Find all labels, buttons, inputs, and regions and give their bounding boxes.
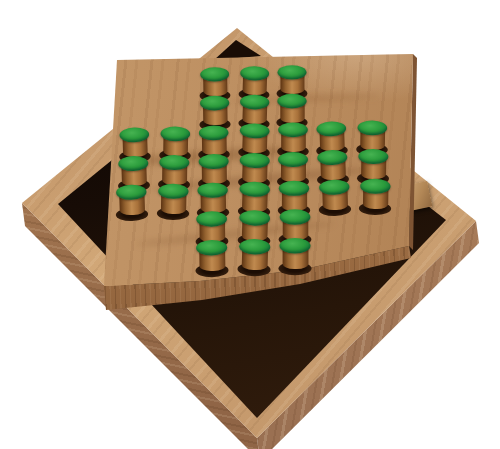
peg-top-green (278, 151, 308, 166)
peg-top-green (279, 180, 309, 195)
peg-top-green (278, 122, 308, 137)
peg-top-green (318, 178, 349, 194)
peg-top-green (197, 211, 228, 227)
peg-top-green (240, 65, 269, 80)
peg-top-green (197, 182, 228, 198)
peg-top-green (357, 120, 387, 135)
peg-r5c7[interactable] (358, 175, 393, 222)
peg-top-green (120, 126, 150, 142)
peg-top-green (199, 124, 229, 139)
peg-top-green (279, 209, 310, 224)
peg-top-green (239, 152, 269, 168)
peg-top-green (200, 67, 229, 82)
peg-top-green (160, 125, 190, 140)
peg-top-green (239, 238, 270, 254)
peg-top-green (198, 153, 228, 168)
pegs-layer (0, 0, 500, 449)
peg-r5c1[interactable] (114, 181, 150, 229)
peg-top-green (200, 95, 229, 110)
peg-r7c5[interactable] (278, 235, 313, 283)
peg-top-green (196, 240, 227, 256)
peg-top-green (239, 181, 270, 197)
peg-top-green (360, 177, 391, 193)
peg-top-green (359, 149, 389, 164)
peg-r5c2[interactable] (155, 180, 190, 227)
peg-top-green (280, 238, 311, 254)
peg-r5c6[interactable] (316, 176, 352, 224)
peg-top-green (277, 65, 306, 79)
peg-top-green (118, 155, 148, 171)
peg-r7c3[interactable] (194, 237, 230, 285)
peg-top-green (158, 183, 189, 199)
peg-top-green (239, 94, 269, 110)
peg-top-green (278, 93, 307, 108)
peg-r7c4[interactable] (236, 236, 273, 285)
peg-top-green (159, 154, 189, 169)
peg-top-green (239, 209, 270, 225)
peg-solitaire-product-scene (0, 0, 500, 449)
